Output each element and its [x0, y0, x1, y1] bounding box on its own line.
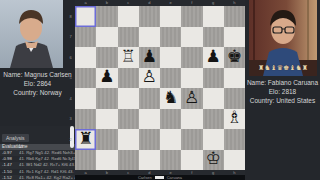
piece-black-rook[interactable]: ♜ — [78, 130, 93, 147]
piece-black-pawn[interactable]: ♟ — [206, 48, 221, 65]
rank-label-7: 7 — [66, 27, 75, 48]
piece-white-king[interactable]: ♔ — [206, 150, 221, 167]
square-h1[interactable] — [224, 150, 245, 171]
rank-label-1: 1 — [66, 150, 75, 171]
rank-labels-left: 87654321 — [66, 6, 75, 170]
piece-black-king[interactable]: ♚ — [227, 48, 242, 65]
square-f1[interactable] — [181, 150, 202, 171]
square-f7[interactable] — [181, 27, 202, 48]
square-h2[interactable] — [224, 129, 245, 150]
square-d1[interactable] — [139, 150, 160, 171]
square-h3[interactable]: ♗ — [224, 109, 245, 130]
square-a4[interactable] — [75, 88, 96, 109]
player-info-right: Name: Fabiano Caruana Elo: 2818 Country:… — [245, 78, 320, 105]
rank-label-2: 2 — [66, 129, 75, 150]
square-g7[interactable] — [203, 27, 224, 48]
square-g5[interactable] — [203, 68, 224, 89]
square-d8[interactable] — [139, 6, 160, 27]
analysis-panel: Analysis Evaluation Line -0.9741. Rg7 Ng… — [0, 126, 75, 180]
square-a5[interactable] — [75, 68, 96, 89]
square-f3[interactable] — [181, 109, 202, 130]
analysis-eval: -1.52 — [0, 175, 19, 180]
square-e6[interactable] — [160, 47, 181, 68]
square-b7[interactable] — [96, 27, 117, 48]
square-e2[interactable] — [160, 129, 181, 150]
square-c7[interactable] — [118, 27, 139, 48]
square-f8[interactable] — [181, 6, 202, 27]
square-g2[interactable] — [203, 129, 224, 150]
square-f6[interactable] — [181, 47, 202, 68]
piece-white-bishop[interactable]: ♗ — [227, 109, 242, 126]
square-g3[interactable] — [203, 109, 224, 130]
player-elo-left: Elo: 2864 — [0, 79, 75, 88]
player-name-right: Name: Fabiano Caruana — [245, 78, 320, 87]
square-h7[interactable] — [224, 27, 245, 48]
caption-marker — [155, 176, 164, 180]
square-e3[interactable] — [160, 109, 181, 130]
rank-label-4: 4 — [66, 88, 75, 109]
square-g4[interactable] — [203, 88, 224, 109]
square-e7[interactable] — [160, 27, 181, 48]
player-elo-right: Elo: 2818 — [245, 87, 320, 96]
square-b3[interactable] — [96, 109, 117, 130]
square-h8[interactable] — [224, 6, 245, 27]
square-b5[interactable]: ♟ — [96, 68, 117, 89]
square-h5[interactable] — [224, 68, 245, 89]
analysis-rows: -0.9741. Rg7 Ng5 42. Rxd6 Nxh3+ 43. Kg2 … — [0, 150, 75, 180]
rank-label-8: 8 — [66, 6, 75, 27]
square-c2[interactable] — [118, 129, 139, 150]
caption-text-right: Caruana — [167, 175, 182, 180]
square-d3[interactable] — [139, 109, 160, 130]
player-name-left: Name: Magnus Carlsen — [0, 70, 75, 79]
square-b6[interactable] — [96, 47, 117, 68]
square-e1[interactable] — [160, 150, 181, 171]
square-d4[interactable] — [139, 88, 160, 109]
square-d5[interactable]: ♙ — [139, 68, 160, 89]
square-c1[interactable] — [118, 150, 139, 171]
square-e5[interactable] — [160, 68, 181, 89]
piece-white-rook[interactable]: ♖ — [121, 48, 136, 65]
piece-white-pawn[interactable]: ♙ — [142, 68, 157, 85]
square-e4[interactable]: ♞ — [160, 88, 181, 109]
square-h4[interactable] — [224, 88, 245, 109]
square-c6[interactable]: ♖ — [118, 47, 139, 68]
photo-chess-set: ♜♞♝♛♚♝♞♜ — [249, 64, 317, 72]
square-a8[interactable] — [75, 6, 96, 27]
square-a6[interactable] — [75, 47, 96, 68]
player-photo-carlsen — [0, 0, 63, 68]
square-h6[interactable]: ♚ — [224, 47, 245, 68]
square-a1[interactable] — [75, 150, 96, 171]
broadcast-screen: Name: Magnus Carlsen Elo: 2864 Country: … — [0, 0, 320, 180]
square-d7[interactable] — [139, 27, 160, 48]
piece-black-pawn[interactable]: ♟ — [142, 48, 157, 65]
square-g6[interactable]: ♟ — [203, 47, 224, 68]
square-f5[interactable] — [181, 68, 202, 89]
square-b1[interactable] — [96, 150, 117, 171]
piece-black-knight[interactable]: ♞ — [163, 89, 178, 106]
piece-black-pawn[interactable]: ♟ — [99, 68, 114, 85]
player-country-left: Country: Norway — [0, 88, 75, 97]
square-e8[interactable] — [160, 6, 181, 27]
analysis-line: 41. Rc8 Ra1+ 42. Kg2 Ra2+ 43. Kg1 Nd2 — [19, 175, 75, 180]
square-a2[interactable]: ♜ — [75, 129, 96, 150]
square-d6[interactable]: ♟ — [139, 47, 160, 68]
chess-board-area: abcdefgh 87654321 87654321 ♖♟♟♚♟♙♞♙♗♜♔ a… — [75, 0, 245, 180]
square-b4[interactable] — [96, 88, 117, 109]
analysis-tab[interactable]: Analysis — [2, 134, 29, 142]
player-country-right: Country: United States — [245, 96, 320, 105]
square-g1[interactable]: ♔ — [203, 150, 224, 171]
board-caption: Carlsen Caruana — [75, 175, 245, 180]
square-a7[interactable] — [75, 27, 96, 48]
caption-text-left: Carlsen — [138, 175, 152, 180]
piece-white-pawn[interactable]: ♙ — [184, 89, 199, 106]
rank-label-6: 6 — [66, 47, 75, 68]
analysis-row-5[interactable]: -1.5241. Rc8 Ra1+ 42. Kg2 Ra2+ 43. Kg1 N… — [0, 175, 75, 180]
square-f4[interactable]: ♙ — [181, 88, 202, 109]
square-b2[interactable] — [96, 129, 117, 150]
square-b8[interactable] — [96, 6, 117, 27]
square-g8[interactable] — [203, 6, 224, 27]
chess-board: ♖♟♟♚♟♙♞♙♗♜♔ — [75, 6, 245, 170]
square-c3[interactable] — [118, 109, 139, 130]
player-info-left: Name: Magnus Carlsen Elo: 2864 Country: … — [0, 70, 75, 97]
player-panel-left: Name: Magnus Carlsen Elo: 2864 Country: … — [0, 0, 75, 180]
square-a3[interactable] — [75, 109, 96, 130]
rank-label-3: 3 — [66, 109, 75, 130]
square-d2[interactable] — [139, 129, 160, 150]
square-c5[interactable] — [118, 68, 139, 89]
square-f2[interactable] — [181, 129, 202, 150]
rank-label-5: 5 — [66, 68, 75, 89]
square-c8[interactable] — [118, 6, 139, 27]
player-panel-right: ♜♞♝♛♚♝♞♜ Name: Fabiano Caruana Elo: 2818… — [245, 0, 320, 180]
square-c4[interactable] — [118, 88, 139, 109]
